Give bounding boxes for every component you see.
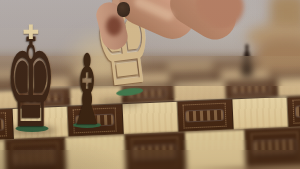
chess-photo-scene: ♟ ♚ ♚ ✚ ♝	[0, 0, 300, 169]
vignette	[0, 0, 300, 169]
